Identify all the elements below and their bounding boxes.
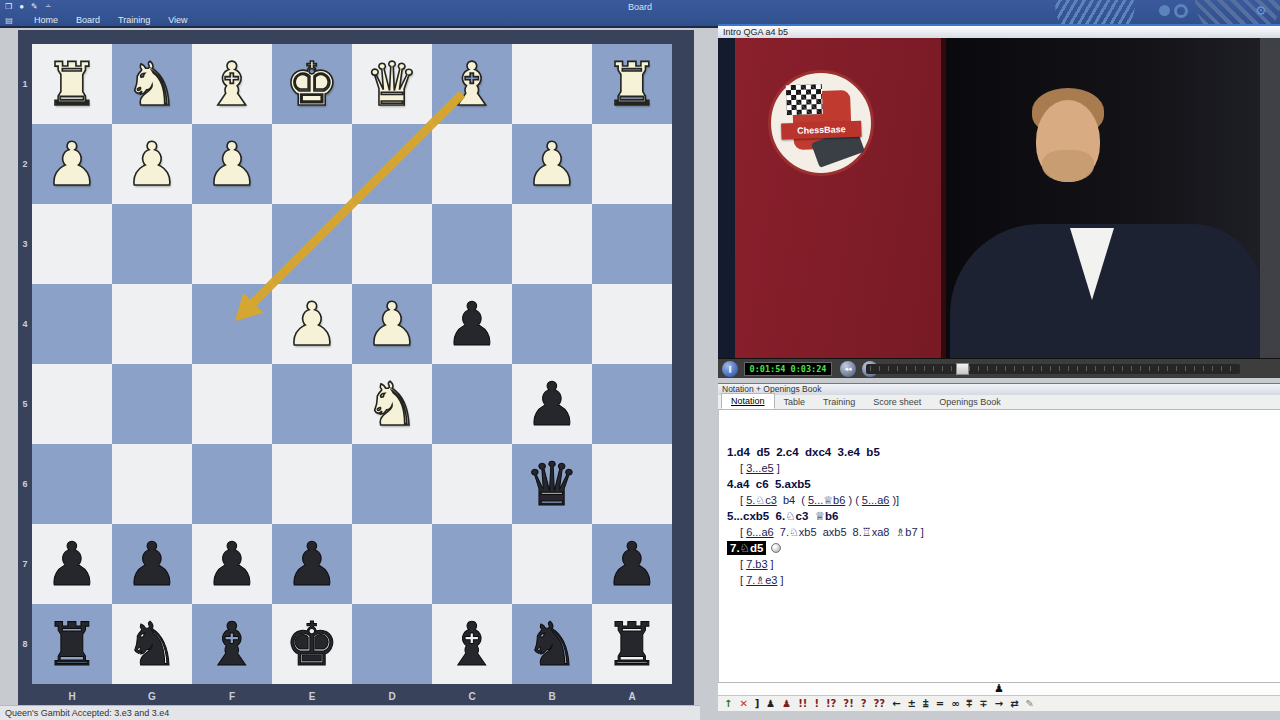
notation-line: 1.d4 d5 2.c4 dxc4 3.e4 b5 <box>727 444 1280 460</box>
chessbase-logo-checkerboard <box>786 84 823 115</box>
annotation-symbol-18[interactable]: → <box>995 698 1003 709</box>
annotation-symbol-9[interactable]: ? <box>861 698 867 709</box>
header-decoration: ⚙ <box>1055 0 1280 26</box>
engine-spinner-icon <box>771 543 781 553</box>
square-a2[interactable] <box>592 124 672 204</box>
annotation-toolbar: ↑✕]♟♟!!!!??!???←±⩲=∞⩱∓→⇄✎ <box>718 695 1280 711</box>
square-g4[interactable] <box>112 284 192 364</box>
decor-striped-circle-1 <box>1055 0 1135 26</box>
annotation-symbol-8[interactable]: ?! <box>843 698 853 709</box>
white-knight: ♞ <box>125 54 179 114</box>
white-bishop: ♝ <box>205 54 259 114</box>
video-right-edge <box>1260 38 1280 358</box>
chessbase-logo: ChessBase <box>768 70 874 176</box>
file-menu-icon[interactable]: ▤ <box>2 16 16 25</box>
square-c6[interactable] <box>432 444 512 524</box>
chessbase-logo-banner: ChessBase <box>781 121 862 140</box>
square-b6[interactable]: ♛ <box>512 444 592 524</box>
menu-item-board[interactable]: Board <box>76 15 100 25</box>
white-pawn: ♟ <box>365 294 419 354</box>
square-d8[interactable] <box>352 604 432 684</box>
black-pawn: ♟ <box>525 374 579 434</box>
notation-line: [ 5.♘c3 b4 ( 5...♕b6 ) ( 5...a6 )] <box>727 492 1280 508</box>
black-knight: ♞ <box>525 614 579 674</box>
square-g2[interactable]: ♟ <box>112 124 192 204</box>
decor-dot <box>1159 5 1170 16</box>
notation-moves: 1.d4 d5 2.c4 dxc4 3.e4 b5[ 3...e5 ]4.a4 … <box>718 410 1280 682</box>
square-d2[interactable] <box>352 124 432 204</box>
decor-ring <box>1174 4 1188 18</box>
annotation-symbol-4[interactable]: ♟ <box>782 698 791 709</box>
annotation-symbol-2[interactable]: ] <box>755 698 760 709</box>
square-g6[interactable] <box>112 444 192 524</box>
black-pawn: ♟ <box>445 294 499 354</box>
square-b2[interactable]: ♟ <box>512 124 592 204</box>
move-text: )] <box>889 494 899 506</box>
notation-line: [ 3...e5 ] <box>727 460 1280 476</box>
square-a3[interactable] <box>592 204 672 284</box>
annotation-symbol-13[interactable]: ⩲ <box>923 698 929 710</box>
white-rook: ♜ <box>605 54 659 114</box>
square-h4[interactable] <box>32 284 112 364</box>
menu-item-training[interactable]: Training <box>118 15 150 25</box>
square-f4[interactable] <box>192 284 272 364</box>
video-progress-handle[interactable] <box>956 363 969 375</box>
video-panel-titlebar[interactable]: Intro QGA a4 b5 <box>718 24 1280 38</box>
move-text: 7.♘xb5 axb5 8.♖xa8 ♗b7 ] <box>774 526 924 538</box>
notation-line: 4.a4 c6 5.axb5 <box>727 476 1280 492</box>
menu-item-home[interactable]: Home <box>34 15 58 25</box>
white-rook: ♜ <box>45 54 99 114</box>
rank-labels: 12345678 <box>18 44 32 684</box>
annotation-symbol-11[interactable]: ← <box>892 698 900 709</box>
square-c2[interactable] <box>432 124 512 204</box>
rewind-button[interactable]: ◂◂ <box>840 361 856 377</box>
annotation-symbol-5[interactable]: !! <box>798 698 807 709</box>
menu-item-view[interactable]: View <box>168 15 187 25</box>
square-e5[interactable] <box>272 364 352 444</box>
square-h1[interactable]: ♜ <box>32 44 112 124</box>
annotation-symbol-7[interactable]: !? <box>826 698 836 709</box>
square-c3[interactable] <box>432 204 512 284</box>
square-b7[interactable] <box>512 524 592 604</box>
black-pawn: ♟ <box>45 534 99 594</box>
video-progress-slider[interactable] <box>866 364 1240 374</box>
square-d3[interactable] <box>352 204 432 284</box>
square-e4[interactable]: ♟ <box>272 284 352 364</box>
black-pawn: ♟ <box>605 534 659 594</box>
square-a7[interactable]: ♟ <box>592 524 672 604</box>
white-pawn: ♟ <box>45 134 99 194</box>
square-a8[interactable]: ♜ <box>592 604 672 684</box>
annotation-symbol-16[interactable]: ⩱ <box>967 698 973 710</box>
square-c7[interactable] <box>432 524 512 604</box>
board-squares: ♜♞♝♚♛♝♜♟♟♟♟♟♟♟♞♟♛♟♟♟♟♟♜♞♝♚♝♞♜ <box>32 44 672 684</box>
move-text: ] <box>777 574 783 586</box>
annotation-symbol-17[interactable]: ∓ <box>979 698 987 709</box>
annotation-symbol-14[interactable]: = <box>936 698 944 709</box>
square-h6[interactable] <box>32 444 112 524</box>
move-text: b4 ( <box>777 494 808 506</box>
rank-label-5: 5 <box>18 364 32 444</box>
variation-move-link[interactable]: 5...♕b6 <box>808 494 845 506</box>
square-c1[interactable]: ♝ <box>432 44 512 124</box>
video-left-edge <box>718 38 735 358</box>
menu-bar: ▤ HomeBoardTrainingView <box>2 13 188 27</box>
tab-table[interactable]: Table <box>775 395 815 409</box>
black-knight: ♞ <box>125 614 179 674</box>
square-h3[interactable] <box>32 204 112 284</box>
black-bishop: ♝ <box>445 614 499 674</box>
square-e7[interactable]: ♟ <box>272 524 352 604</box>
black-bishop: ♝ <box>205 614 259 674</box>
square-c5[interactable] <box>432 364 512 444</box>
black-pawn: ♟ <box>205 534 259 594</box>
notation-line: [ 7.♗e3 ] <box>727 572 1280 588</box>
variation-move-link[interactable]: 5...a6 <box>862 494 890 506</box>
square-c4[interactable]: ♟ <box>432 284 512 364</box>
square-e2[interactable] <box>272 124 352 204</box>
square-d7[interactable] <box>352 524 432 604</box>
chessbase-logo-square: ChessBase <box>792 90 852 150</box>
variation-move-link[interactable]: 7.b3 <box>746 558 767 570</box>
square-a4[interactable] <box>592 284 672 364</box>
square-h8[interactable]: ♜ <box>32 604 112 684</box>
square-d1[interactable]: ♛ <box>352 44 432 124</box>
video-controls: ‖ 0:01:54 0:03:24 ◂◂ ▸▸ <box>718 358 1280 378</box>
square-c8[interactable]: ♝ <box>432 604 512 684</box>
white-pawn: ♟ <box>285 294 339 354</box>
rank-label-8: 8 <box>18 604 32 684</box>
chess-board-panel: 12345678 HGFEDCBA ♜♞♝♚♛♝♜♟♟♟♟♟♟♟♞♟♛♟♟♟♟♟… <box>18 30 694 708</box>
score-sheet-pawn-icon: ♟ <box>994 682 1004 695</box>
black-pawn: ♟ <box>285 534 339 594</box>
black-queen: ♛ <box>525 454 579 514</box>
tab-training[interactable]: Training <box>814 395 864 409</box>
square-f5[interactable] <box>192 364 272 444</box>
rank-label-7: 7 <box>18 524 32 604</box>
square-a1[interactable]: ♜ <box>592 44 672 124</box>
black-king: ♚ <box>285 614 339 674</box>
rank-label-4: 4 <box>18 284 32 364</box>
square-g8[interactable]: ♞ <box>112 604 192 684</box>
black-rook: ♜ <box>605 614 659 674</box>
variation-move-link[interactable]: 3...e5 <box>746 462 774 474</box>
annotation-symbol-6[interactable]: ! <box>814 698 819 709</box>
decor-striped-circle-2 <box>1195 0 1280 26</box>
square-h7[interactable]: ♟ <box>32 524 112 604</box>
variation-move-link[interactable]: 5.♘c3 <box>746 494 777 506</box>
status-bar: Queen's Gambit Accepted: 3.e3 and 3.e4 <box>0 705 700 720</box>
white-pawn: ♟ <box>525 134 579 194</box>
square-g3[interactable] <box>112 204 192 284</box>
pause-button[interactable]: ‖ <box>722 361 738 377</box>
square-f8[interactable]: ♝ <box>192 604 272 684</box>
black-rook: ♜ <box>45 614 99 674</box>
notation-panel-titlebar[interactable]: Notation + Openings Book <box>718 383 1280 395</box>
rank-label-3: 3 <box>18 204 32 284</box>
square-a5[interactable] <box>592 364 672 444</box>
white-knight: ♞ <box>365 374 419 434</box>
square-e6[interactable] <box>272 444 352 524</box>
rank-label-1: 1 <box>18 44 32 124</box>
square-b4[interactable] <box>512 284 592 364</box>
move-text: 1.d4 d5 2.c4 dxc4 3.e4 b5 <box>727 446 880 458</box>
annotation-symbol-19[interactable]: ⇄ <box>1010 698 1018 709</box>
white-queen: ♛ <box>365 54 419 114</box>
notation-line: 5...cxb5 6.♘c3 ♕b6 <box>727 508 1280 524</box>
black-pawn: ♟ <box>125 534 179 594</box>
square-b3[interactable] <box>512 204 592 284</box>
square-g1[interactable]: ♞ <box>112 44 192 124</box>
annotation-symbol-10[interactable]: ?? <box>874 698 886 709</box>
annotation-symbol-15[interactable]: ∞ <box>951 698 959 709</box>
video-frame[interactable]: ChessBase <box>718 38 1280 358</box>
annotation-symbol-3[interactable]: ♟ <box>766 698 775 709</box>
tab-notation[interactable]: Notation <box>721 393 775 409</box>
square-g5[interactable] <box>112 364 192 444</box>
square-e8[interactable]: ♚ <box>272 604 352 684</box>
white-pawn: ♟ <box>125 134 179 194</box>
square-d5[interactable]: ♞ <box>352 364 432 444</box>
white-pawn: ♟ <box>205 134 259 194</box>
move-text: 5...cxb5 6.♘c3 ♕b6 <box>727 510 838 522</box>
square-d4[interactable]: ♟ <box>352 284 432 364</box>
square-b5[interactable]: ♟ <box>512 364 592 444</box>
square-e1[interactable]: ♚ <box>272 44 352 124</box>
square-g7[interactable]: ♟ <box>112 524 192 604</box>
move-text: ] <box>768 558 774 570</box>
tab-openings-book[interactable]: Openings Book <box>930 395 1010 409</box>
video-time-display: 0:01:54 0:03:24 <box>744 362 832 376</box>
current-move[interactable]: 7.♘d5 <box>727 541 766 555</box>
tab-score-sheet[interactable]: Score sheet <box>864 395 930 409</box>
notation-line: [ 6...a6 7.♘xb5 axb5 8.♖xa8 ♗b7 ] <box>727 524 1280 540</box>
square-h2[interactable]: ♟ <box>32 124 112 204</box>
white-king: ♚ <box>285 54 339 114</box>
notation-line: 7.♘d5 <box>727 540 1280 556</box>
square-f1[interactable]: ♝ <box>192 44 272 124</box>
square-b1[interactable] <box>512 44 592 124</box>
square-e3[interactable] <box>272 204 352 284</box>
square-f7[interactable]: ♟ <box>192 524 272 604</box>
rank-label-6: 6 <box>18 444 32 524</box>
notation-line: [ 7.b3 ] <box>727 556 1280 572</box>
variation-move-link[interactable]: 7.♗e3 <box>746 574 777 586</box>
square-f2[interactable]: ♟ <box>192 124 272 204</box>
move-text: ) ( <box>845 494 862 506</box>
annotation-symbol-0[interactable]: ↑ <box>724 698 732 709</box>
move-text: 4.a4 c6 5.axb5 <box>727 478 811 490</box>
gear-icon: ⚙ <box>1255 3 1267 18</box>
square-h5[interactable] <box>32 364 112 444</box>
presenter-beard <box>1042 150 1094 182</box>
square-f3[interactable] <box>192 204 272 284</box>
square-f6[interactable] <box>192 444 272 524</box>
annotation-symbol-12[interactable]: ± <box>908 698 916 709</box>
annotation-symbol-1[interactable]: ✕ <box>739 698 747 709</box>
annotation-symbol-20[interactable]: ✎ <box>1026 698 1034 709</box>
opening-name: Queen's Gambit Accepted: 3.e3 and 3.e4 <box>5 708 169 718</box>
rank-label-2: 2 <box>18 124 32 204</box>
variation-move-link[interactable]: 6...a6 <box>746 526 774 538</box>
square-b8[interactable]: ♞ <box>512 604 592 684</box>
notation-tabbar: NotationTableTrainingScore sheetOpenings… <box>718 395 1280 410</box>
move-text: ] <box>774 462 780 474</box>
white-bishop: ♝ <box>445 54 499 114</box>
square-d6[interactable] <box>352 444 432 524</box>
notation-footer-strip: ♟ <box>718 682 1280 695</box>
square-a6[interactable] <box>592 444 672 524</box>
